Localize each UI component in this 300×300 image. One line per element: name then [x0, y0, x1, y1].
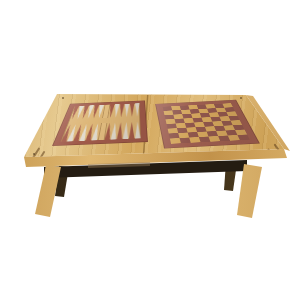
backgammon-field [61, 103, 141, 142]
backgammon-row-bottom [61, 121, 141, 141]
backgammon-point-top-10 [124, 103, 130, 116]
backgammon-point-bottom-8 [110, 122, 118, 139]
checker-grid [163, 103, 250, 144]
product-photo-games-table [0, 0, 300, 300]
backgammon-point-top-12 [135, 103, 140, 116]
backgammon-point-top-11 [129, 103, 134, 116]
nail-dot [62, 97, 64, 99]
nail-dot [240, 97, 242, 99]
nail-dot [33, 153, 35, 155]
backgammon-point-bottom-11 [129, 121, 135, 138]
backgammon-point-bottom-12 [135, 121, 141, 138]
backgammon-point-bottom-10 [122, 122, 129, 139]
backgammon-row-top [69, 103, 140, 119]
backgammon-point-bottom-9 [116, 122, 123, 139]
checker-square-r8c8 [237, 134, 249, 140]
backgammon-bar [102, 104, 110, 118]
backgammon-point-top-9 [118, 103, 124, 116]
